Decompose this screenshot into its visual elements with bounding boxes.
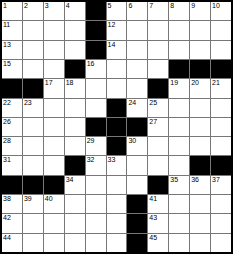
cell-r7c1[interactable]: 26 [2,118,22,136]
cell-r8c5[interactable]: 29 [86,137,106,155]
cell-r11c5[interactable] [86,195,106,213]
clue-number: 4 [66,2,70,10]
cell-r5c10[interactable]: 20 [190,79,210,97]
cell-r1c11[interactable]: 10 [211,2,231,20]
black-cell-r10c3 [44,176,64,194]
cell-r11c2[interactable]: 39 [23,195,43,213]
cell-r1c3[interactable]: 3 [44,2,64,20]
cell-r13c3[interactable] [44,234,64,252]
cell-r3c6[interactable]: 14 [107,41,127,59]
black-cell-r4c9 [169,60,189,78]
black-cell-r4c11 [211,60,231,78]
clue-number: 31 [3,156,11,164]
clue-number: 11 [3,21,10,29]
cell-r4c6[interactable] [107,60,127,78]
cell-r1c2[interactable]: 2 [23,2,43,20]
cell-r8c3[interactable] [44,137,64,155]
black-cell-r7c7 [127,118,147,136]
clue-number: 32 [87,156,95,164]
cell-r4c3[interactable] [44,60,64,78]
clue-number: 14 [108,41,116,49]
cell-r2c10[interactable] [190,21,210,39]
cell-r2c11[interactable] [211,21,231,39]
cell-r10c4[interactable]: 34 [65,176,85,194]
cell-r8c4[interactable] [65,137,85,155]
clue-number: 15 [3,60,11,68]
cell-r5c3[interactable]: 17 [44,79,64,97]
clue-number: 29 [87,137,95,145]
cell-r9c7[interactable] [127,156,147,174]
clue-number: 42 [3,214,11,222]
cell-r13c2[interactable] [23,234,43,252]
cell-r6c3[interactable] [44,99,64,117]
clue-number: 30 [128,137,136,145]
cell-r6c8[interactable]: 25 [148,99,168,117]
cell-r12c4[interactable] [65,214,85,232]
cell-r10c6[interactable] [107,176,127,194]
cell-r12c9[interactable] [169,214,189,232]
cell-r6c10[interactable] [190,99,210,117]
cell-r7c10[interactable] [190,118,210,136]
cell-r9c8[interactable] [148,156,168,174]
clue-number: 5 [108,2,112,10]
crossword-puzzle: 1234567891011121314151617181920212223242… [0,0,233,254]
clue-number: 21 [212,79,220,87]
cell-r1c10[interactable]: 9 [190,2,210,20]
black-cell-r1c5 [86,2,106,20]
cell-r3c4[interactable] [65,41,85,59]
clue-number: 2 [24,2,28,10]
cell-r4c1[interactable]: 15 [2,60,22,78]
cell-r7c2[interactable] [23,118,43,136]
black-cell-r2c5 [86,21,106,39]
clue-number: 33 [108,156,116,164]
cell-r2c7[interactable] [127,21,147,39]
cell-r4c5[interactable]: 16 [86,60,106,78]
cell-r11c10[interactable] [190,195,210,213]
clue-number: 8 [170,2,174,10]
cell-r10c7[interactable] [127,176,147,194]
clue-number: 40 [45,195,53,203]
clue-number: 22 [3,99,11,107]
black-cell-r13c7 [127,234,147,252]
cell-r9c2[interactable] [23,156,43,174]
cell-r6c7[interactable]: 24 [127,99,147,117]
cell-r7c4[interactable] [65,118,85,136]
black-cell-r4c10 [190,60,210,78]
black-cell-r5c1 [2,79,22,97]
cell-r3c1[interactable]: 13 [2,41,22,59]
cell-r13c11[interactable] [211,234,231,252]
cell-r12c6[interactable] [107,214,127,232]
cell-r8c10[interactable] [190,137,210,155]
cell-r5c4[interactable]: 18 [65,79,85,97]
black-cell-r5c8 [148,79,168,97]
cell-r9c3[interactable] [44,156,64,174]
black-cell-r10c1 [2,176,22,194]
cell-r9c5[interactable]: 32 [86,156,106,174]
black-cell-r6c6 [107,99,127,117]
clue-number: 38 [3,195,11,203]
cell-r11c8[interactable]: 41 [148,195,168,213]
clue-number: 18 [66,79,74,87]
clue-number: 28 [3,137,11,145]
cell-r3c9[interactable] [169,41,189,59]
cell-r2c1[interactable]: 11 [2,21,22,39]
cell-r12c1[interactable]: 42 [2,214,22,232]
clue-number: 7 [149,2,153,10]
cell-r1c1[interactable]: 1 [2,2,22,20]
cell-r8c8[interactable] [148,137,168,155]
clue-number: 3 [45,2,49,10]
cell-r1c9[interactable]: 8 [169,2,189,20]
cell-r6c5[interactable] [86,99,106,117]
cell-r2c4[interactable] [65,21,85,39]
clue-number: 1 [3,2,7,10]
clue-number: 6 [128,2,132,10]
black-cell-r10c8 [148,176,168,194]
cell-r6c1[interactable]: 22 [2,99,22,117]
clue-number: 36 [191,176,199,184]
cell-r11c4[interactable] [65,195,85,213]
cell-r5c7[interactable] [127,79,147,97]
cell-r6c9[interactable] [169,99,189,117]
cell-r2c3[interactable] [44,21,64,39]
cell-r1c8[interactable]: 7 [148,2,168,20]
cell-r6c11[interactable] [211,99,231,117]
cell-r12c5[interactable] [86,214,106,232]
cell-r13c8[interactable]: 45 [148,234,168,252]
clue-number: 19 [170,79,178,87]
cell-r3c3[interactable] [44,41,64,59]
cell-r7c11[interactable] [211,118,231,136]
cell-r7c9[interactable] [169,118,189,136]
cell-r9c9[interactable] [169,156,189,174]
black-cell-r9c10 [190,156,210,174]
crossword-grid: 1234567891011121314151617181920212223242… [0,0,233,254]
cell-r13c10[interactable] [190,234,210,252]
cell-r13c4[interactable] [65,234,85,252]
cell-r5c6[interactable] [107,79,127,97]
cell-r7c8[interactable]: 27 [148,118,168,136]
black-cell-r12c7 [127,214,147,232]
black-cell-r4c4 [65,60,85,78]
cell-r12c3[interactable] [44,214,64,232]
cell-r13c6[interactable] [107,234,127,252]
black-cell-r10c2 [23,176,43,194]
cell-r12c2[interactable] [23,214,43,232]
cell-r2c8[interactable] [148,21,168,39]
clue-number: 45 [149,234,157,242]
cell-r7c3[interactable] [44,118,64,136]
black-cell-r8c6 [107,137,127,155]
cell-r2c6[interactable]: 12 [107,21,127,39]
cell-r5c11[interactable]: 21 [211,79,231,97]
cell-r13c5[interactable] [86,234,106,252]
cell-r11c3[interactable]: 40 [44,195,64,213]
black-cell-r9c11 [211,156,231,174]
black-cell-r3c5 [86,41,106,59]
clue-number: 35 [170,176,178,184]
cell-r11c9[interactable] [169,195,189,213]
cell-r8c2[interactable] [23,137,43,155]
cell-r11c1[interactable]: 38 [2,195,22,213]
black-cell-r7c6 [107,118,127,136]
cell-r3c10[interactable] [190,41,210,59]
cell-r10c10[interactable]: 36 [190,176,210,194]
clue-number: 43 [149,214,157,222]
clue-number: 20 [191,79,199,87]
cell-r12c10[interactable] [190,214,210,232]
clue-number: 13 [3,41,11,49]
cell-r3c7[interactable] [127,41,147,59]
cell-r4c8[interactable] [148,60,168,78]
cell-r10c5[interactable] [86,176,106,194]
cell-r9c1[interactable]: 31 [2,156,22,174]
cell-r9c6[interactable]: 33 [107,156,127,174]
cell-r8c9[interactable] [169,137,189,155]
cell-r11c6[interactable] [107,195,127,213]
cell-r10c9[interactable]: 35 [169,176,189,194]
clue-number: 12 [108,21,116,29]
clue-number: 23 [24,99,32,107]
clue-number: 37 [212,176,220,184]
cell-r4c2[interactable] [23,60,43,78]
cell-r3c11[interactable] [211,41,231,59]
cell-r3c8[interactable] [148,41,168,59]
cell-r8c7[interactable]: 30 [127,137,147,155]
cell-r4c7[interactable] [127,60,147,78]
cell-r12c11[interactable] [211,214,231,232]
cell-r13c9[interactable] [169,234,189,252]
black-cell-r7c5 [86,118,106,136]
clue-number: 25 [149,99,157,107]
clue-number: 9 [191,2,195,10]
clue-number: 27 [149,118,157,126]
cell-r1c4[interactable]: 4 [65,2,85,20]
clue-number: 39 [24,195,32,203]
cell-r8c11[interactable] [211,137,231,155]
cell-r1c7[interactable]: 6 [127,2,147,20]
cell-r5c9[interactable]: 19 [169,79,189,97]
clue-number: 44 [3,234,11,242]
clue-number: 24 [128,99,136,107]
black-cell-r9c4 [65,156,85,174]
cell-r11c11[interactable] [211,195,231,213]
cell-r5c5[interactable] [86,79,106,97]
clue-number: 17 [45,79,53,87]
clue-number: 41 [149,195,157,203]
cell-r10c11[interactable]: 37 [211,176,231,194]
cell-r1c6[interactable]: 5 [107,2,127,20]
clue-number: 26 [3,118,11,126]
clue-number: 16 [87,60,95,68]
cell-r6c4[interactable] [65,99,85,117]
cell-r6c2[interactable]: 23 [23,99,43,117]
cell-r2c2[interactable] [23,21,43,39]
black-cell-r11c7 [127,195,147,213]
black-cell-r5c2 [23,79,43,97]
cell-r3c2[interactable] [23,41,43,59]
cell-r8c1[interactable]: 28 [2,137,22,155]
clue-number: 10 [212,2,220,10]
clue-number: 34 [66,176,74,184]
cell-r13c1[interactable]: 44 [2,234,22,252]
cell-r2c9[interactable] [169,21,189,39]
cell-r12c8[interactable]: 43 [148,214,168,232]
